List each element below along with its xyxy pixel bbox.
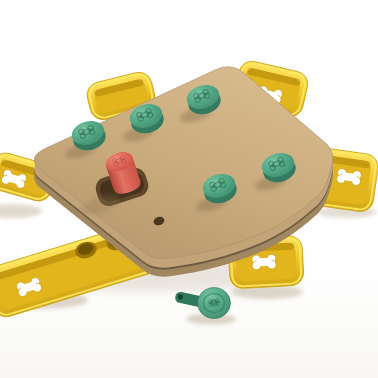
cast-shadow [0, 204, 42, 218]
peg-green-loose[interactable] [174, 288, 230, 319]
scene [0, 0, 378, 378]
puzzle-product-photo: Overhead product photo of a square woode… [0, 0, 378, 378]
bone-bar [256, 258, 272, 267]
